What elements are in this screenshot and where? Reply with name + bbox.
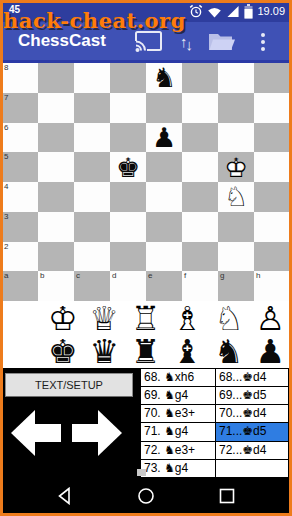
rank-label-5: 5 (4, 152, 8, 161)
picker-white-king[interactable]: ♚♔ (42, 301, 84, 335)
piece-white-king[interactable]: ♚♔ (48, 302, 78, 335)
square-c7[interactable] (74, 93, 110, 123)
piece-black-king[interactable]: ♚ (48, 335, 78, 368)
square-e6[interactable]: ♟ (146, 123, 182, 153)
rank-label-7: 7 (4, 93, 8, 102)
square-b6[interactable] (38, 123, 74, 153)
square-h3[interactable] (254, 212, 290, 242)
square-d2[interactable] (110, 242, 146, 272)
bottom-panel: TEXT/SETUP 68. ♞xh668...♚d469. ♞g469...♚… (0, 368, 292, 478)
square-f8[interactable] (182, 63, 218, 93)
move-cell-69-black[interactable]: 69...♚d5 (216, 387, 289, 405)
square-b5[interactable] (38, 152, 74, 182)
square-f7[interactable] (182, 93, 218, 123)
square-b7[interactable] (38, 93, 74, 123)
home-button[interactable] (137, 487, 155, 505)
previous-move-button[interactable] (11, 410, 61, 456)
controls-panel: TEXT/SETUP (0, 368, 140, 478)
square-h6[interactable] (254, 123, 290, 153)
square-a6[interactable]: 6 (2, 123, 38, 153)
piece-black-pawn[interactable]: ♟ (152, 124, 176, 151)
square-h8[interactable] (254, 63, 290, 93)
piece-white-knight[interactable]: ♞♘ (214, 302, 244, 335)
picker-white-knight[interactable]: ♞♘ (208, 301, 250, 335)
move-cell-68-white[interactable]: 68. ♞xh6 (141, 369, 216, 387)
recents-button[interactable] (218, 487, 236, 505)
rank-label-8: 8 (4, 63, 8, 72)
app-title: ChessCast (18, 31, 106, 51)
square-e1[interactable]: e (146, 271, 182, 301)
swap-vert-icon[interactable]: ↑↓ (180, 33, 193, 50)
square-h2[interactable] (254, 242, 290, 272)
square-e7[interactable] (146, 93, 182, 123)
piece-white-knight[interactable]: ♞♘ (224, 183, 248, 210)
square-g7[interactable] (218, 93, 254, 123)
watermark: hack-cheat.org (3, 8, 186, 33)
status-icons: 19.09 (189, 3, 285, 19)
move-cell-71-white[interactable]: 71. ♞g4 (141, 423, 216, 441)
open-folder-icon[interactable] (208, 32, 236, 52)
piece-black-knight[interactable]: ♞ (152, 64, 176, 91)
rank-label-2: 2 (4, 242, 8, 251)
square-h7[interactable] (254, 93, 290, 123)
file-label-g: g (220, 271, 224, 280)
square-h4[interactable] (254, 182, 290, 212)
square-f4[interactable] (182, 182, 218, 212)
cast-icon[interactable] (135, 31, 162, 52)
piece-black-king[interactable]: ♚ (116, 154, 140, 181)
left-arrow-icon (11, 410, 35, 456)
move-cell-72-black[interactable]: 72...♚d4 (216, 442, 289, 460)
square-f2[interactable] (182, 242, 218, 272)
cell-signal-icon (226, 5, 240, 18)
move-cell-71-black[interactable]: 71...♚d5 (216, 423, 289, 441)
square-c3[interactable] (74, 212, 110, 242)
picker-black-bishop[interactable]: ♝ (167, 334, 209, 368)
square-g3[interactable] (218, 212, 254, 242)
square-b4[interactable] (38, 182, 74, 212)
move-cell-68-black[interactable]: 68...♚d4 (216, 369, 289, 387)
square-g5[interactable]: ♚♔ (218, 152, 254, 182)
square-a7[interactable]: 7 (2, 93, 38, 123)
file-label-d: d (112, 271, 116, 280)
square-d4[interactable] (110, 182, 146, 212)
move-cell-70-white[interactable]: 70. ♞e3+ (141, 405, 216, 423)
square-a3[interactable]: 3 (2, 212, 38, 242)
picker-white-queen[interactable]: ♛♕ (84, 301, 126, 335)
square-d3[interactable] (110, 212, 146, 242)
piece-black-queen[interactable]: ♛ (89, 335, 119, 368)
square-e2[interactable] (146, 242, 182, 272)
move-cell-72-white[interactable]: 72. ♞e3+ (141, 442, 216, 460)
square-f5[interactable] (182, 152, 218, 182)
move-cell-69-white[interactable]: 69. ♞g4 (141, 387, 216, 405)
square-g1[interactable]: g (218, 271, 254, 301)
picker-white-rook[interactable]: ♜♖ (125, 301, 167, 335)
next-move-button[interactable] (72, 410, 122, 456)
square-d6[interactable] (110, 123, 146, 153)
rank-label-4: 4 (4, 182, 8, 191)
wifi-icon (207, 5, 222, 18)
square-d7[interactable] (110, 93, 146, 123)
square-d1[interactable]: d (110, 271, 146, 301)
piece-picker: ♚♔♛♕♜♖♝♗♞♘♟♙ ♚♛♜♝♞♟ (0, 301, 292, 368)
screen: { "watermark": {"text": "hack-cheat.org"… (0, 0, 292, 516)
move-list: 68. ♞xh668...♚d469. ♞g469...♚d570. ♞e3+7… (140, 368, 289, 478)
square-a4[interactable]: 4 (2, 182, 38, 212)
picker-black-king[interactable]: ♚ (42, 334, 84, 368)
square-e8[interactable]: ♞ (146, 63, 182, 93)
square-h1[interactable]: h (254, 271, 290, 301)
square-a5[interactable]: 5 (2, 152, 38, 182)
square-g2[interactable] (218, 242, 254, 272)
move-cell-73-white[interactable]: 73. ♞g4 (141, 460, 216, 478)
square-c2[interactable] (74, 242, 110, 272)
move-cell-70-black[interactable]: 70...♚d4 (216, 405, 289, 423)
file-label-e: e (148, 271, 152, 280)
square-a2[interactable]: 2 (2, 242, 38, 272)
square-d5[interactable]: ♚ (110, 152, 146, 182)
picker-row-black: ♚♛♜♝♞♟ (42, 334, 291, 368)
square-g8[interactable] (218, 63, 254, 93)
square-b8[interactable] (38, 63, 74, 93)
file-label-b: b (40, 271, 44, 280)
picker-black-pawn[interactable]: ♟ (250, 334, 292, 368)
alarm-icon (189, 4, 203, 18)
battery-icon (244, 4, 253, 19)
piece-white-queen[interactable]: ♛♕ (89, 302, 119, 335)
square-f3[interactable] (182, 212, 218, 242)
square-b1[interactable]: b (38, 271, 74, 301)
piece-white-bishop[interactable]: ♝♗ (172, 302, 202, 335)
square-c4[interactable] (74, 182, 110, 212)
chess-board: 8♞76♟5♚♚♔4♞♘32abcdefgh (2, 63, 290, 301)
square-c5[interactable] (74, 152, 110, 182)
square-h5[interactable] (254, 152, 290, 182)
square-c8[interactable] (74, 63, 110, 93)
piece-black-bishop[interactable]: ♝ (172, 335, 202, 368)
android-nav-bar (0, 478, 292, 516)
picker-white-pawn[interactable]: ♟♙ (250, 301, 292, 335)
move-cell-73-black[interactable] (216, 460, 289, 478)
back-button[interactable] (56, 487, 74, 505)
square-g6[interactable] (218, 123, 254, 153)
clock-time: 19.09 (257, 5, 285, 17)
picker-row-white: ♚♔♛♕♜♖♝♗♞♘♟♙ (42, 301, 291, 335)
file-label-a: a (4, 271, 8, 280)
square-c1[interactable]: c (74, 271, 110, 301)
piece-black-knight[interactable]: ♞ (214, 335, 244, 368)
picker-black-queen[interactable]: ♛ (84, 334, 126, 368)
square-b3[interactable] (38, 212, 74, 242)
piece-white-pawn[interactable]: ♟♙ (255, 302, 285, 335)
piece-black-pawn[interactable]: ♟ (255, 335, 285, 368)
file-label-h: h (256, 271, 260, 280)
square-f6[interactable] (182, 123, 218, 153)
square-f1[interactable]: f (182, 271, 218, 301)
square-b2[interactable] (38, 242, 74, 272)
picker-black-knight[interactable]: ♞ (208, 334, 250, 368)
file-label-c: c (76, 271, 80, 280)
overflow-menu-icon[interactable] (261, 33, 265, 51)
move-list-scrollbar[interactable] (137, 469, 146, 476)
piece-white-rook[interactable]: ♜♖ (131, 302, 161, 335)
square-c6[interactable] (74, 123, 110, 153)
square-e5[interactable] (146, 152, 182, 182)
rank-label-3: 3 (4, 212, 8, 221)
right-arrow-icon (98, 410, 122, 456)
file-label-f: f (184, 271, 186, 280)
square-e3[interactable] (146, 212, 182, 242)
square-e4[interactable] (146, 182, 182, 212)
square-a8[interactable]: 8 (2, 63, 38, 93)
picker-white-bishop[interactable]: ♝♗ (167, 301, 209, 335)
piece-black-rook[interactable]: ♜ (131, 335, 161, 368)
piece-white-king[interactable]: ♚♔ (224, 154, 248, 181)
square-a1[interactable]: a (2, 271, 38, 301)
text-setup-button[interactable]: TEXT/SETUP (5, 373, 133, 397)
square-g4[interactable]: ♞♘ (218, 182, 254, 212)
rank-label-6: 6 (4, 123, 8, 132)
picker-black-rook[interactable]: ♜ (125, 334, 167, 368)
square-d8[interactable] (110, 63, 146, 93)
